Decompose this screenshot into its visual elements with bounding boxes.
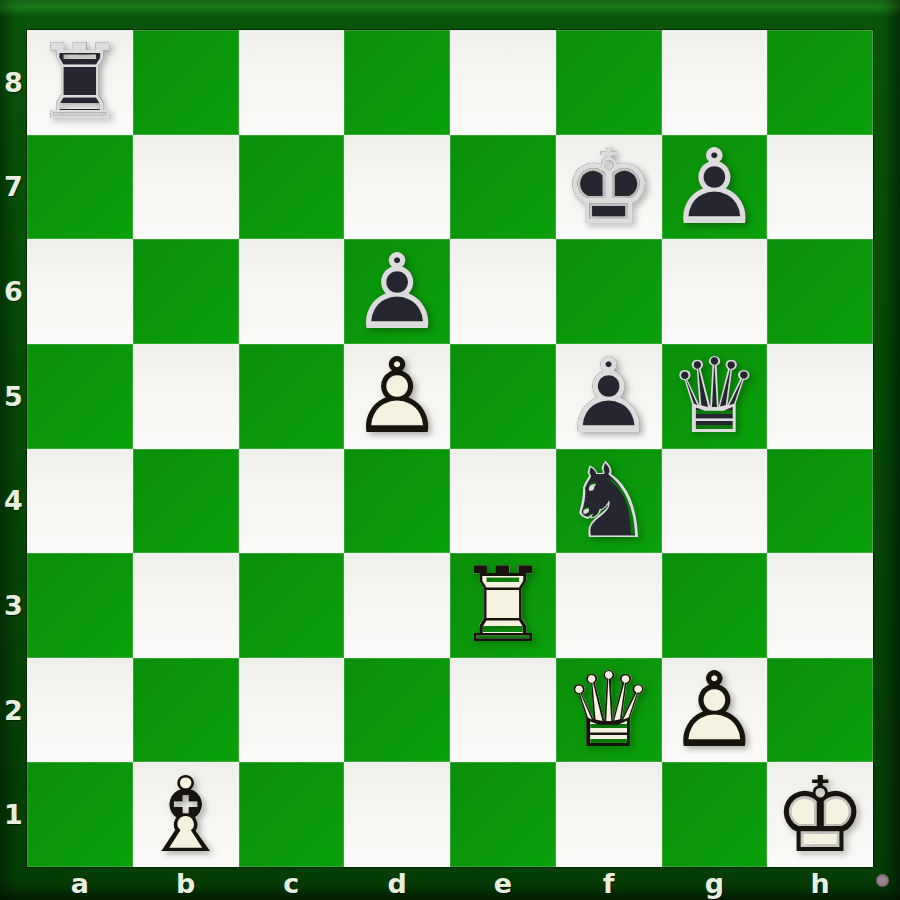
file-label-a: a [27, 867, 133, 900]
square-f8[interactable] [556, 30, 662, 135]
piece-black-king[interactable]: ♚♔ [562, 135, 655, 239]
square-e6[interactable] [450, 239, 556, 344]
square-g6[interactable] [662, 239, 768, 344]
file-label-d: d [344, 867, 450, 900]
square-e1[interactable] [450, 762, 556, 867]
piece-black-rook[interactable]: ♜♖ [33, 30, 126, 134]
file-label-f: f [556, 867, 662, 900]
square-g2[interactable]: ♟♙ [662, 658, 768, 763]
square-b2[interactable] [133, 658, 239, 763]
square-b3[interactable] [133, 553, 239, 658]
piece-white-bishop[interactable]: ♝♗ [139, 763, 232, 867]
file-labels: a b c d e f g h [27, 867, 873, 900]
square-b5[interactable] [133, 344, 239, 449]
square-h1[interactable]: ♚♔ [767, 762, 873, 867]
square-d1[interactable] [344, 762, 450, 867]
square-a2[interactable] [27, 658, 133, 763]
square-h2[interactable] [767, 658, 873, 763]
piece-glyph-outline: ♖ [456, 553, 549, 657]
rank-label-3: 3 [0, 553, 27, 658]
piece-white-pawn[interactable]: ♟♙ [668, 658, 761, 762]
square-d5[interactable]: ♟♙ [344, 344, 450, 449]
square-a5[interactable] [27, 344, 133, 449]
square-c4[interactable] [239, 449, 345, 554]
square-f1[interactable] [556, 762, 662, 867]
square-b6[interactable] [133, 239, 239, 344]
piece-glyph-outline: ♕ [668, 344, 761, 448]
square-e7[interactable] [450, 135, 556, 240]
square-e5[interactable] [450, 344, 556, 449]
chess-board: ♜♖♚♔♟♙♟♙♟♙♟♙♛♕♞♘♜♖♛♕♟♙♝♗♚♔ [27, 30, 873, 867]
file-label-b: b [133, 867, 239, 900]
square-c6[interactable] [239, 239, 345, 344]
rank-label-5: 5 [0, 344, 27, 449]
square-f5[interactable]: ♟♙ [556, 344, 662, 449]
square-c8[interactable] [239, 30, 345, 135]
square-h8[interactable] [767, 30, 873, 135]
square-a8[interactable]: ♜♖ [27, 30, 133, 135]
square-a4[interactable] [27, 449, 133, 554]
square-f7[interactable]: ♚♔ [556, 135, 662, 240]
square-g1[interactable] [662, 762, 768, 867]
piece-glyph-outline: ♙ [351, 344, 444, 448]
square-d2[interactable] [344, 658, 450, 763]
square-a1[interactable] [27, 762, 133, 867]
square-b8[interactable] [133, 30, 239, 135]
square-f6[interactable] [556, 239, 662, 344]
rank-labels: 8 7 6 5 4 3 2 1 [0, 30, 27, 867]
piece-black-queen[interactable]: ♛♕ [668, 344, 761, 448]
piece-white-king[interactable]: ♚♔ [774, 763, 867, 867]
piece-black-pawn[interactable]: ♟♙ [351, 240, 444, 344]
square-d4[interactable] [344, 449, 450, 554]
file-label-c: c [239, 867, 345, 900]
piece-glyph-outline: ♙ [668, 658, 761, 762]
piece-white-pawn[interactable]: ♟♙ [351, 344, 444, 448]
square-h6[interactable] [767, 239, 873, 344]
square-h7[interactable] [767, 135, 873, 240]
square-c2[interactable] [239, 658, 345, 763]
square-g7[interactable]: ♟♙ [662, 135, 768, 240]
piece-glyph-outline: ♘ [562, 449, 655, 553]
square-b4[interactable] [133, 449, 239, 554]
rank-label-8: 8 [0, 30, 27, 135]
piece-glyph-outline: ♙ [351, 240, 444, 344]
square-e2[interactable] [450, 658, 556, 763]
piece-white-queen[interactable]: ♛♕ [562, 658, 655, 762]
file-label-e: e [450, 867, 556, 900]
square-c5[interactable] [239, 344, 345, 449]
square-b1[interactable]: ♝♗ [133, 762, 239, 867]
board-frame: 8 7 6 5 4 3 2 1 ♜♖♚♔♟♙♟♙♟♙♟♙♛♕♞♘♜♖♛♕♟♙♝♗… [0, 0, 900, 900]
square-h3[interactable] [767, 553, 873, 658]
piece-glyph-outline: ♙ [562, 344, 655, 448]
rank-label-1: 1 [0, 762, 27, 867]
square-e4[interactable] [450, 449, 556, 554]
rank-label-2: 2 [0, 658, 27, 763]
square-g4[interactable] [662, 449, 768, 554]
square-g8[interactable] [662, 30, 768, 135]
rank-label-6: 6 [0, 239, 27, 344]
square-d6[interactable]: ♟♙ [344, 239, 450, 344]
square-g5[interactable]: ♛♕ [662, 344, 768, 449]
piece-glyph-outline: ♗ [139, 763, 232, 867]
square-e8[interactable] [450, 30, 556, 135]
piece-glyph-outline: ♔ [562, 135, 655, 239]
square-d7[interactable] [344, 135, 450, 240]
rank-label-4: 4 [0, 449, 27, 554]
piece-black-pawn[interactable]: ♟♙ [562, 344, 655, 448]
square-a3[interactable] [27, 553, 133, 658]
square-c1[interactable] [239, 762, 345, 867]
square-f2[interactable]: ♛♕ [556, 658, 662, 763]
square-h5[interactable] [767, 344, 873, 449]
piece-black-knight[interactable]: ♞♘ [562, 449, 655, 553]
file-label-g: g [662, 867, 768, 900]
piece-glyph-outline: ♔ [774, 763, 867, 867]
square-h4[interactable] [767, 449, 873, 554]
square-d3[interactable] [344, 553, 450, 658]
square-c7[interactable] [239, 135, 345, 240]
piece-glyph-outline: ♙ [668, 135, 761, 239]
square-f3[interactable] [556, 553, 662, 658]
square-a6[interactable] [27, 239, 133, 344]
square-d8[interactable] [344, 30, 450, 135]
square-a7[interactable] [27, 135, 133, 240]
piece-white-rook[interactable]: ♜♖ [456, 553, 549, 657]
rank-label-7: 7 [0, 135, 27, 240]
square-g3[interactable] [662, 553, 768, 658]
square-b7[interactable] [133, 135, 239, 240]
square-f4[interactable]: ♞♘ [556, 449, 662, 554]
piece-black-pawn[interactable]: ♟♙ [668, 135, 761, 239]
file-label-h: h [767, 867, 873, 900]
corner-dot [876, 874, 889, 887]
piece-glyph-outline: ♖ [33, 30, 126, 134]
piece-glyph-outline: ♕ [562, 658, 655, 762]
square-e3[interactable]: ♜♖ [450, 553, 556, 658]
square-c3[interactable] [239, 553, 345, 658]
